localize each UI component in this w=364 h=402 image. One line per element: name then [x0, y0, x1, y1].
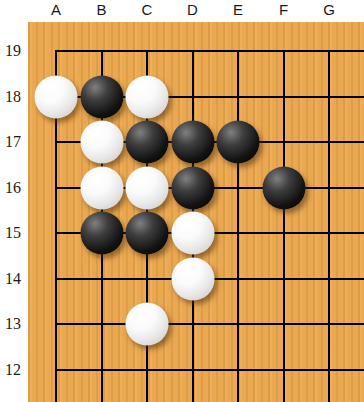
stone-black-f16[interactable] — [262, 166, 305, 209]
grid-line-vertical — [328, 50, 330, 402]
column-label-c: C — [133, 0, 161, 22]
column-label-d: D — [179, 0, 207, 22]
stone-black-c15[interactable] — [126, 212, 169, 255]
stone-black-d16[interactable] — [171, 166, 214, 209]
stone-white-c13[interactable] — [126, 303, 169, 346]
stone-white-d15[interactable] — [171, 212, 214, 255]
row-label-17: 17 — [0, 131, 26, 153]
stone-white-c16[interactable] — [126, 166, 169, 209]
stone-black-b18[interactable] — [80, 75, 123, 118]
column-label-f: F — [270, 0, 298, 22]
column-label-a: A — [42, 0, 70, 22]
stone-black-d17[interactable] — [171, 121, 214, 164]
stone-white-d14[interactable] — [171, 257, 214, 300]
stone-black-c17[interactable] — [126, 121, 169, 164]
stone-white-a18[interactable] — [35, 75, 78, 118]
stone-black-b15[interactable] — [80, 212, 123, 255]
row-label-18: 18 — [0, 86, 26, 108]
grid-line-vertical — [237, 50, 239, 402]
row-label-19: 19 — [0, 40, 26, 62]
column-label-g: G — [315, 0, 343, 22]
stone-white-c18[interactable] — [126, 75, 169, 118]
grid-line-vertical — [283, 50, 285, 402]
stone-white-b17[interactable] — [80, 121, 123, 164]
column-label-b: B — [88, 0, 116, 22]
column-label-e: E — [224, 0, 252, 22]
stone-black-e17[interactable] — [217, 121, 260, 164]
go-diagram: ABCDEFG 1918171615141312 — [0, 0, 364, 402]
row-label-15: 15 — [0, 222, 26, 244]
row-label-12: 12 — [0, 359, 26, 381]
row-label-13: 13 — [0, 313, 26, 335]
stone-white-b16[interactable] — [80, 166, 123, 209]
row-label-14: 14 — [0, 268, 26, 290]
row-label-16: 16 — [0, 177, 26, 199]
